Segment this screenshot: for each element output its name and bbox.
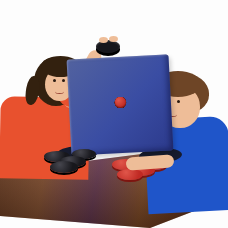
girl-mouth [55,89,64,94]
girl-eye [62,79,65,82]
black-loose-disc [50,161,78,173]
girl-eye [53,79,56,82]
board-grid [71,59,169,147]
girl-finger [99,37,108,43]
connect-four-board [67,54,174,155]
red-loose-disc [117,169,143,180]
boy-hand [132,158,148,169]
connect-four-photo [0,0,228,228]
boy-eye [177,100,180,103]
red-disc [114,97,126,109]
cell-r6c7 [71,59,169,147]
girl-finger [109,36,118,42]
